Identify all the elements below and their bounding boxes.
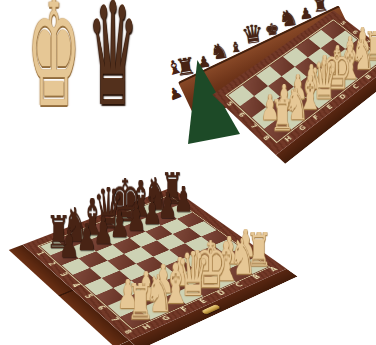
- square: [124, 247, 152, 263]
- board-face: ♜♞♝♛♚♝♞♜♟♟♟♟♟♟♟♟♟♟♟♟♟♟♟♟♜♞♝♛♚♝♞♜ 1234567…: [22, 188, 286, 341]
- product-photo: ♚ ♛ ♜♟♞♝♛♚♞♟♜ ♝ ♟ ♟♟♟♟♟♟♟♟♜♞♝♛♚♝♞♜ 56785…: [0, 0, 376, 345]
- white-king-piece: ♚: [27, 0, 79, 128]
- open-board-scene: ♜♞♝♛♚♝♞♜♟♟♟♟♟♟♟♟♟♟♟♟♟♟♟♟♜♞♝♛♚♝♞♜ 1234567…: [0, 168, 304, 345]
- white-rook-piece: ♜: [263, 100, 301, 134]
- white-rook-piece: ♜: [121, 283, 160, 322]
- black-queen-piece: ♛: [87, 0, 139, 126]
- folded-board: ♜♟♞♝♛♚♞♟♜ ♝ ♟ ♟♟♟♟♟♟♟♟♜♞♝♛♚♝♞♜ 56785678H…: [170, 0, 376, 172]
- folded-front-scene: ♟♟♟♟♟♟♟♟♜♞♝♛♚♝♞♜ 56785678HGFEDCBA: [224, 30, 376, 124]
- open-board: ♜♞♝♛♚♝♞♜♟♟♟♟♟♟♟♟♟♟♟♟♟♟♟♟♜♞♝♛♚♝♞♜ 1234567…: [22, 188, 286, 341]
- standalone-pieces: ♚ ♛: [18, 2, 168, 132]
- black-pawn-piece: ♟: [51, 230, 87, 260]
